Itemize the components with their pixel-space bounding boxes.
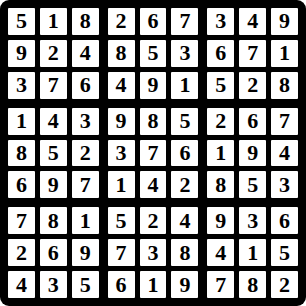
sudoku-cell-r1c7[interactable]: 3 <box>207 8 234 35</box>
sudoku-cell-r1c2[interactable]: 1 <box>40 8 67 35</box>
sudoku-cell-r7c6[interactable]: 4 <box>171 207 198 234</box>
sudoku-cell-r8c7[interactable]: 4 <box>207 239 234 266</box>
sudoku-cell-r9c7[interactable]: 7 <box>207 271 234 298</box>
sudoku-cell-r5c5[interactable]: 7 <box>140 140 167 167</box>
sudoku-cell-r3c3[interactable]: 6 <box>72 72 99 99</box>
sudoku-cell-r8c9[interactable]: 5 <box>271 239 298 266</box>
sudoku-cell-r2c9[interactable]: 1 <box>271 40 298 67</box>
sudoku-cell-r4c3[interactable]: 3 <box>72 108 99 135</box>
sudoku-cell-r8c1[interactable]: 2 <box>8 239 35 266</box>
sudoku-cell-r3c9[interactable]: 8 <box>271 72 298 99</box>
sudoku-cell-r7c9[interactable]: 6 <box>271 207 298 234</box>
sudoku-cell-r7c2[interactable]: 8 <box>40 207 67 234</box>
sudoku-cell-r9c2[interactable]: 3 <box>40 271 67 298</box>
sudoku-cell-r1c6[interactable]: 7 <box>171 8 198 35</box>
sudoku-box-r1c3: 349671528 <box>207 8 298 99</box>
sudoku-cell-r8c8[interactable]: 1 <box>239 239 266 266</box>
sudoku-cell-r8c4[interactable]: 7 <box>108 239 135 266</box>
sudoku-cell-r6c8[interactable]: 5 <box>239 171 266 198</box>
sudoku-cell-r5c9[interactable]: 4 <box>271 140 298 167</box>
sudoku-box-r2c2: 985376142 <box>108 108 199 199</box>
sudoku-cell-r3c2[interactable]: 7 <box>40 72 67 99</box>
sudoku-board: 5189243762678534913496715281438526979853… <box>0 0 306 306</box>
sudoku-cell-r9c6[interactable]: 9 <box>171 271 198 298</box>
sudoku-cell-r6c9[interactable]: 3 <box>271 171 298 198</box>
sudoku-cell-r7c5[interactable]: 2 <box>140 207 167 234</box>
sudoku-cell-r9c9[interactable]: 2 <box>271 271 298 298</box>
sudoku-cell-r3c4[interactable]: 4 <box>108 72 135 99</box>
sudoku-cell-r1c1[interactable]: 5 <box>8 8 35 35</box>
sudoku-cell-r9c1[interactable]: 4 <box>8 271 35 298</box>
sudoku-cell-r5c4[interactable]: 3 <box>108 140 135 167</box>
sudoku-cell-r5c8[interactable]: 9 <box>239 140 266 167</box>
sudoku-box-r3c1: 781269435 <box>8 207 99 298</box>
sudoku-cell-r8c5[interactable]: 3 <box>140 239 167 266</box>
sudoku-cell-r6c1[interactable]: 6 <box>8 171 35 198</box>
sudoku-cell-r4c9[interactable]: 7 <box>271 108 298 135</box>
sudoku-cell-r4c4[interactable]: 9 <box>108 108 135 135</box>
sudoku-cell-r7c4[interactable]: 5 <box>108 207 135 234</box>
sudoku-cell-r3c1[interactable]: 3 <box>8 72 35 99</box>
sudoku-box-r1c2: 267853491 <box>108 8 199 99</box>
sudoku-cell-r2c7[interactable]: 6 <box>207 40 234 67</box>
sudoku-cell-r9c8[interactable]: 8 <box>239 271 266 298</box>
sudoku-cell-r1c3[interactable]: 8 <box>72 8 99 35</box>
sudoku-cell-r6c2[interactable]: 9 <box>40 171 67 198</box>
sudoku-cell-r4c5[interactable]: 8 <box>140 108 167 135</box>
sudoku-cell-r2c1[interactable]: 9 <box>8 40 35 67</box>
sudoku-cell-r9c5[interactable]: 1 <box>140 271 167 298</box>
sudoku-cell-r2c3[interactable]: 4 <box>72 40 99 67</box>
sudoku-cell-r2c4[interactable]: 8 <box>108 40 135 67</box>
sudoku-cell-r4c1[interactable]: 1 <box>8 108 35 135</box>
sudoku-cell-r3c5[interactable]: 9 <box>140 72 167 99</box>
sudoku-cell-r5c1[interactable]: 8 <box>8 140 35 167</box>
sudoku-cell-r7c1[interactable]: 7 <box>8 207 35 234</box>
sudoku-cell-r1c9[interactable]: 9 <box>271 8 298 35</box>
sudoku-cell-r7c8[interactable]: 3 <box>239 207 266 234</box>
sudoku-cell-r8c2[interactable]: 6 <box>40 239 67 266</box>
sudoku-cell-r6c7[interactable]: 8 <box>207 171 234 198</box>
sudoku-box-r2c1: 143852697 <box>8 108 99 199</box>
sudoku-box-r1c1: 518924376 <box>8 8 99 99</box>
sudoku-cell-r4c6[interactable]: 5 <box>171 108 198 135</box>
sudoku-cell-r1c8[interactable]: 4 <box>239 8 266 35</box>
sudoku-box-r3c3: 936415782 <box>207 207 298 298</box>
sudoku-cell-r3c7[interactable]: 5 <box>207 72 234 99</box>
sudoku-cell-r1c5[interactable]: 6 <box>140 8 167 35</box>
sudoku-cell-r3c6[interactable]: 1 <box>171 72 198 99</box>
sudoku-cell-r2c5[interactable]: 5 <box>140 40 167 67</box>
sudoku-cell-r2c8[interactable]: 7 <box>239 40 266 67</box>
sudoku-cell-r2c6[interactable]: 3 <box>171 40 198 67</box>
sudoku-cell-r5c6[interactable]: 6 <box>171 140 198 167</box>
sudoku-cell-r5c3[interactable]: 2 <box>72 140 99 167</box>
sudoku-cell-r4c8[interactable]: 6 <box>239 108 266 135</box>
sudoku-cell-r4c7[interactable]: 2 <box>207 108 234 135</box>
sudoku-cell-r1c4[interactable]: 2 <box>108 8 135 35</box>
sudoku-cell-r8c6[interactable]: 8 <box>171 239 198 266</box>
sudoku-cell-r7c7[interactable]: 9 <box>207 207 234 234</box>
sudoku-cell-r6c6[interactable]: 2 <box>171 171 198 198</box>
sudoku-box-r3c2: 524738619 <box>108 207 199 298</box>
sudoku-cell-r2c2[interactable]: 2 <box>40 40 67 67</box>
sudoku-cell-r6c5[interactable]: 4 <box>140 171 167 198</box>
sudoku-cell-r6c3[interactable]: 7 <box>72 171 99 198</box>
sudoku-cell-r5c7[interactable]: 1 <box>207 140 234 167</box>
sudoku-box-r2c3: 267194853 <box>207 108 298 199</box>
sudoku-cell-r5c2[interactable]: 5 <box>40 140 67 167</box>
sudoku-cell-r9c4[interactable]: 6 <box>108 271 135 298</box>
sudoku-cell-r6c4[interactable]: 1 <box>108 171 135 198</box>
sudoku-cell-r4c2[interactable]: 4 <box>40 108 67 135</box>
sudoku-cell-r8c3[interactable]: 9 <box>72 239 99 266</box>
sudoku-cell-r9c3[interactable]: 5 <box>72 271 99 298</box>
sudoku-cell-r7c3[interactable]: 1 <box>72 207 99 234</box>
sudoku-cell-r3c8[interactable]: 2 <box>239 72 266 99</box>
